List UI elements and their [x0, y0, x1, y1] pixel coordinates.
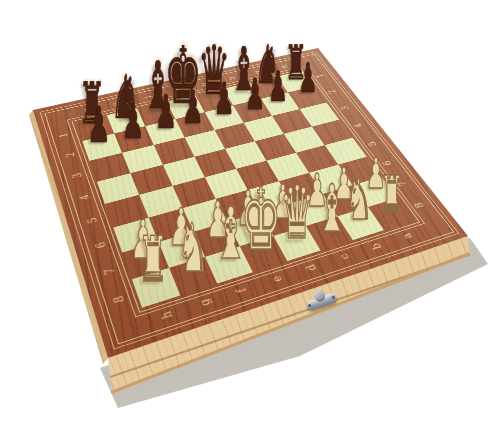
rank-label-8: 8	[110, 289, 129, 308]
product-photo-stage: 11hh22gg33ff44ee55dd66cc77bb88aa ♜♞♝♛♚♝♞…	[0, 0, 500, 448]
pawn-glyph: ♟	[244, 74, 265, 117]
rank-label-5: 5	[84, 212, 101, 228]
rank-label-3: 3	[70, 168, 86, 182]
pawn-glyph: ♟	[87, 101, 111, 151]
file-label-c: c	[334, 248, 354, 265]
rank-label-1: 1	[57, 129, 72, 141]
pawn-glyph: ♟	[213, 77, 234, 121]
bishop-glyph: ♝	[213, 199, 247, 271]
pawn-glyph: ♟	[268, 66, 288, 108]
pawn-glyph: ♟	[122, 97, 145, 145]
pawn-glyph: ♟	[182, 85, 204, 131]
knight-glyph: ♞	[346, 171, 373, 228]
file-label-f: f	[231, 281, 251, 300]
file-label-a: a	[397, 228, 417, 244]
queen-glyph: ♛	[280, 176, 315, 250]
file-label-g: g	[195, 293, 215, 312]
file-label-h: h	[157, 305, 177, 325]
rank-label-6: 6	[92, 236, 110, 253]
rank-label-4: 4	[77, 190, 93, 205]
rank-label-2: 2	[324, 86, 340, 97]
knight-glyph: ♞	[177, 216, 209, 283]
rank-label-2: 2	[63, 148, 78, 161]
file-label-d: d	[301, 259, 321, 276]
rank-label-8: 8	[410, 198, 429, 213]
rank-label-4: 4	[350, 119, 367, 131]
pawn-glyph: ♟	[155, 89, 177, 136]
rank-label-7: 7	[100, 262, 118, 280]
bishop-glyph: ♝	[316, 176, 347, 241]
file-label-b: b	[366, 238, 386, 254]
rook-glyph: ♜	[380, 170, 404, 220]
rook-glyph: ♜	[138, 229, 168, 292]
file-label-e: e	[267, 270, 287, 288]
pawn-glyph: ♟	[298, 59, 318, 100]
rank-label-3: 3	[337, 102, 353, 113]
